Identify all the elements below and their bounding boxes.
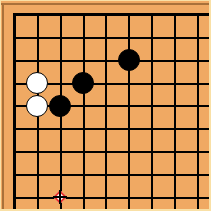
grid-cell xyxy=(83,197,106,209)
grid-cell xyxy=(174,174,197,197)
grid-cell xyxy=(105,105,128,128)
grid-cell xyxy=(174,151,197,174)
grid-cell xyxy=(151,60,174,83)
grid-cell xyxy=(197,60,209,83)
grid-cell xyxy=(197,37,209,60)
grid-cell xyxy=(13,13,37,37)
grid-cell xyxy=(83,174,106,197)
grid-cell xyxy=(60,13,83,37)
red-diamond-marker-icon xyxy=(52,189,68,205)
grid-cell xyxy=(151,37,174,60)
black-stone xyxy=(49,95,71,117)
grid-cell xyxy=(37,151,60,174)
board-edge-bevel-left xyxy=(2,3,4,209)
grid-cell xyxy=(13,197,37,209)
grid-cell xyxy=(174,128,197,151)
grid-cell xyxy=(37,13,60,37)
grid-cell xyxy=(37,37,60,60)
grid-cell xyxy=(151,105,174,128)
board-surface xyxy=(1,1,209,209)
black-stone xyxy=(72,72,94,94)
grid-cell xyxy=(83,151,106,174)
grid-cell xyxy=(13,128,37,151)
grid-cell xyxy=(128,128,151,151)
grid-cell xyxy=(197,151,209,174)
grid-cell xyxy=(60,151,83,174)
grid-cell xyxy=(151,83,174,106)
grid-cell xyxy=(197,174,209,197)
grid-cell xyxy=(174,83,197,106)
grid-cell xyxy=(174,197,197,209)
grid-cell xyxy=(83,37,106,60)
grid-cell xyxy=(105,128,128,151)
grid-cell xyxy=(151,174,174,197)
grid-cell xyxy=(105,174,128,197)
grid-cell xyxy=(60,128,83,151)
grid-cell xyxy=(13,174,37,197)
go-board-diagram xyxy=(0,0,211,211)
grid-cell xyxy=(83,105,106,128)
grid-cell xyxy=(197,128,209,151)
grid-cell xyxy=(151,197,174,209)
grid-cell xyxy=(105,13,128,37)
grid-cell xyxy=(128,151,151,174)
grid-cell xyxy=(60,37,83,60)
board-edge-bevel-top xyxy=(1,3,209,5)
grid-cell xyxy=(13,151,37,174)
grid-cell xyxy=(37,128,60,151)
grid-cell xyxy=(105,197,128,209)
grid-cell xyxy=(197,83,209,106)
grid-cell xyxy=(128,197,151,209)
grid-cell xyxy=(83,128,106,151)
grid-cell xyxy=(128,13,151,37)
grid-cell xyxy=(174,37,197,60)
grid-cell xyxy=(174,13,197,37)
grid-cell xyxy=(197,105,209,128)
grid-cell xyxy=(174,105,197,128)
black-stone xyxy=(118,49,140,71)
grid-cell xyxy=(128,83,151,106)
grid-cell xyxy=(13,37,37,60)
grid-cell xyxy=(197,13,209,37)
grid-cell xyxy=(128,105,151,128)
grid-cell xyxy=(128,174,151,197)
grid-cell xyxy=(174,60,197,83)
grid-cell xyxy=(151,151,174,174)
grid-cell xyxy=(83,13,106,37)
grid-cell xyxy=(151,128,174,151)
grid-cell xyxy=(105,151,128,174)
grid-cell xyxy=(105,83,128,106)
grid-cell xyxy=(151,13,174,37)
grid-cell xyxy=(197,197,209,209)
